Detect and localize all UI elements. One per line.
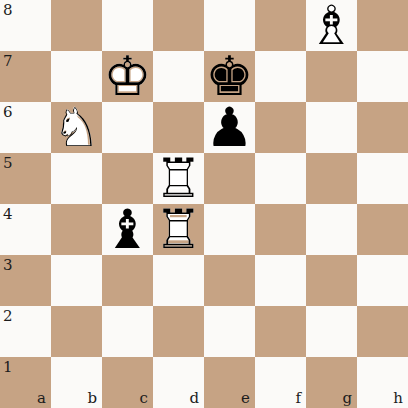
square-g5[interactable] (306, 153, 357, 204)
square-g3[interactable] (306, 255, 357, 306)
white-king[interactable]: ♚♔ (102, 51, 153, 102)
square-a3[interactable]: 3 (0, 255, 51, 306)
rank-label-2: 2 (3, 307, 13, 325)
black-king[interactable]: ♚ (204, 51, 255, 102)
square-c1[interactable]: c (102, 357, 153, 408)
square-g2[interactable] (306, 306, 357, 357)
square-d6[interactable] (153, 102, 204, 153)
square-a4[interactable]: 4 (0, 204, 51, 255)
file-label-e: e (241, 389, 250, 407)
square-d3[interactable] (153, 255, 204, 306)
chess-board: 8♝♗7♚♔♚6♞♘♟5♜♖4♝♜♖321abcdefgh (0, 0, 408, 408)
square-a5[interactable]: 5 (0, 153, 51, 204)
square-f4[interactable] (255, 204, 306, 255)
square-c8[interactable] (102, 0, 153, 51)
piece-outline: ♗ (307, 0, 355, 53)
square-e7[interactable]: ♚ (204, 51, 255, 102)
white-knight[interactable]: ♞♘ (51, 102, 102, 153)
square-h7[interactable] (357, 51, 408, 102)
square-h8[interactable] (357, 0, 408, 51)
square-h4[interactable] (357, 204, 408, 255)
square-h1[interactable]: h (357, 357, 408, 408)
square-h5[interactable] (357, 153, 408, 204)
rank-label-5: 5 (3, 154, 13, 172)
square-f8[interactable] (255, 0, 306, 51)
square-g4[interactable] (306, 204, 357, 255)
square-d4[interactable]: ♜♖ (153, 204, 204, 255)
piece-outline: ♖ (154, 203, 202, 257)
white-rook[interactable]: ♜♖ (153, 153, 204, 204)
square-c7[interactable]: ♚♔ (102, 51, 153, 102)
rank-label-6: 6 (3, 103, 13, 121)
square-f2[interactable] (255, 306, 306, 357)
square-g6[interactable] (306, 102, 357, 153)
square-c5[interactable] (102, 153, 153, 204)
square-c3[interactable] (102, 255, 153, 306)
square-d2[interactable] (153, 306, 204, 357)
square-f5[interactable] (255, 153, 306, 204)
file-label-f: f (295, 389, 301, 407)
square-b6[interactable]: ♞♘ (51, 102, 102, 153)
square-b7[interactable] (51, 51, 102, 102)
white-rook[interactable]: ♜♖ (153, 204, 204, 255)
square-a1[interactable]: 1a (0, 357, 51, 408)
file-label-c: c (140, 389, 148, 407)
square-a7[interactable]: 7 (0, 51, 51, 102)
square-a6[interactable]: 6 (0, 102, 51, 153)
square-f6[interactable] (255, 102, 306, 153)
white-bishop[interactable]: ♝♗ (306, 0, 357, 51)
square-e8[interactable] (204, 0, 255, 51)
square-d1[interactable]: d (153, 357, 204, 408)
rank-label-3: 3 (3, 256, 13, 274)
square-h3[interactable] (357, 255, 408, 306)
square-e4[interactable] (204, 204, 255, 255)
square-e2[interactable] (204, 306, 255, 357)
rank-label-1: 1 (3, 358, 13, 376)
file-label-h: h (393, 389, 403, 407)
piece-outline: ♘ (52, 101, 100, 155)
square-a8[interactable]: 8 (0, 0, 51, 51)
rank-label-7: 7 (3, 52, 13, 70)
piece-glyph: ♟ (205, 101, 253, 155)
square-b2[interactable] (51, 306, 102, 357)
square-e3[interactable] (204, 255, 255, 306)
square-d8[interactable] (153, 0, 204, 51)
square-e1[interactable]: e (204, 357, 255, 408)
square-h6[interactable] (357, 102, 408, 153)
square-e5[interactable] (204, 153, 255, 204)
rank-label-4: 4 (3, 205, 13, 223)
square-b1[interactable]: b (51, 357, 102, 408)
rank-label-8: 8 (3, 1, 13, 19)
square-b3[interactable] (51, 255, 102, 306)
square-b5[interactable] (51, 153, 102, 204)
square-c2[interactable] (102, 306, 153, 357)
square-d5[interactable]: ♜♖ (153, 153, 204, 204)
file-label-g: g (342, 389, 352, 407)
square-f1[interactable]: f (255, 357, 306, 408)
square-c4[interactable]: ♝ (102, 204, 153, 255)
square-b8[interactable] (51, 0, 102, 51)
square-f3[interactable] (255, 255, 306, 306)
square-f7[interactable] (255, 51, 306, 102)
square-g7[interactable] (306, 51, 357, 102)
square-b4[interactable] (51, 204, 102, 255)
piece-glyph: ♝ (103, 203, 151, 257)
file-label-d: d (189, 389, 199, 407)
file-label-b: b (87, 389, 97, 407)
black-bishop[interactable]: ♝ (102, 204, 153, 255)
square-a2[interactable]: 2 (0, 306, 51, 357)
square-c6[interactable] (102, 102, 153, 153)
piece-outline: ♔ (103, 50, 151, 104)
square-g1[interactable]: g (306, 357, 357, 408)
square-d7[interactable] (153, 51, 204, 102)
file-label-a: a (37, 389, 46, 407)
black-pawn[interactable]: ♟ (204, 102, 255, 153)
square-e6[interactable]: ♟ (204, 102, 255, 153)
square-h2[interactable] (357, 306, 408, 357)
square-g8[interactable]: ♝♗ (306, 0, 357, 51)
